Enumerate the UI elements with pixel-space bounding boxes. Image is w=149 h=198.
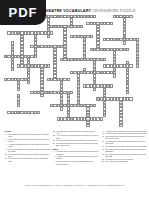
crossword-grid: [4, 15, 142, 127]
clue-text: The lowered area in front of the stage w…: [57, 161, 99, 165]
clue-number: 15.: [52, 130, 55, 134]
clue: 23.One rehearsal in full costume.: [101, 161, 147, 163]
clue-number: 23.: [101, 161, 104, 163]
clue-text: Applause at the end of a show when the c…: [57, 151, 99, 155]
clue-text: Moving about the stage as directed witho…: [105, 136, 147, 140]
clue-text: The right side of the stage from the act…: [57, 130, 99, 134]
clue: 3.A smaller sung part that supports the …: [52, 156, 98, 160]
clue-text: The music played by the orchestra before…: [8, 133, 50, 137]
clue: 13.The printed booklet that lists the sc…: [4, 158, 50, 162]
clue: 16.The team that runs lights, sound and …: [101, 148, 147, 152]
clue-number: 13.: [4, 158, 7, 162]
clue-number: 4.: [52, 161, 55, 165]
clue-number: 18.: [52, 135, 55, 139]
clue-number: 12.: [4, 153, 7, 157]
clue: 24.Decorations that frame the scene and …: [52, 143, 98, 147]
clue-text: A practice session held before the show …: [8, 143, 50, 147]
pdf-badge: PDF: [0, 0, 46, 25]
pdf-badge-label: PDF: [9, 5, 38, 20]
clue-number: 9.: [4, 148, 7, 152]
clue-number: 24.: [52, 143, 55, 147]
clue-number: 16.: [101, 148, 104, 152]
clue: 4.The lowered area in front of the stage…: [52, 161, 98, 165]
clue-column: Across2.The music played by the orchestr…: [4, 130, 50, 182]
clue: 15.The right side of the stage from the …: [52, 130, 98, 134]
clue-number: 19.: [101, 153, 104, 157]
clue-text: A smaller sung part that supports the ma…: [57, 156, 99, 160]
clue-list-header: Across: [4, 130, 50, 133]
clue: 7.A practice session held before the sho…: [4, 143, 50, 147]
clue-text: The printed booklet that lists the scene…: [8, 158, 50, 162]
clue-number: 10.: [101, 136, 104, 140]
clue-text: A try-out where performers sing and read…: [57, 135, 99, 139]
clue: 1.Applause at the end of a show when the…: [52, 151, 98, 155]
clue: 5.The words that are sung by the cast du…: [4, 138, 50, 142]
clue-text: The group of singers and dancers who per…: [8, 148, 50, 152]
title-suffix: CROSSWORD PUZZLE: [91, 9, 136, 13]
footer-text: Teacher prepared crossword puzzle — MUSI…: [0, 184, 149, 186]
clue-text: The team that runs lights, sound and sce…: [105, 148, 147, 152]
clue: 10.Moving about the stage as directed wi…: [101, 136, 147, 140]
clue: 18.A try-out where performers sing and r…: [52, 135, 98, 139]
clue-text: A break between acts when the audience m…: [105, 140, 147, 144]
clue-list-header: Down: [52, 148, 98, 151]
document-thumbnail[interactable]: MUSICAL THEATRE VOCABULARY CROSSWORD PUZ…: [0, 0, 149, 198]
clue-number: 11.: [101, 140, 104, 144]
clue: 9.The group of singers and dancers who p…: [4, 148, 50, 152]
clue: 12.The person who stages all of the danc…: [4, 153, 50, 157]
clue-column: 6.A musical play in which every line of …: [101, 130, 147, 182]
clue: 2.The music played by the orchestra befo…: [4, 133, 50, 137]
clues-section: Across2.The music played by the orchestr…: [4, 130, 147, 182]
clue-text: The final number performed by the whole …: [105, 153, 147, 157]
clue-text: The person who stages all of the dance n…: [8, 153, 50, 157]
clue: 19.The final number performed by the who…: [101, 153, 147, 157]
clue: 11.A break between acts when the audienc…: [101, 140, 147, 144]
clue-text: The words that are sung by the cast duri…: [8, 138, 50, 142]
clue-number: 2.: [4, 133, 7, 137]
clue-column: 15.The right side of the stage from the …: [52, 130, 98, 182]
clue-number: 1.: [52, 151, 55, 155]
clue-text: One rehearsal in full costume.: [105, 161, 147, 163]
grid-gap: [139, 124, 142, 127]
clue-text: Decorations that frame the scene and sho…: [57, 143, 99, 147]
clue-number: 7.: [4, 143, 7, 147]
clue-number: 3.: [52, 156, 55, 160]
clue-number: 5.: [4, 138, 7, 142]
